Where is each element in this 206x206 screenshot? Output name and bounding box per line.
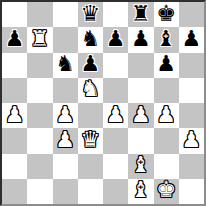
- square-h4[interactable]: [179, 103, 204, 128]
- square-a5[interactable]: [2, 78, 27, 103]
- piece-black-rook: ♜: [131, 3, 151, 25]
- piece-white-queen: ♛: [81, 129, 101, 151]
- square-g3[interactable]: [154, 128, 179, 153]
- square-e4[interactable]: ♟: [103, 103, 128, 128]
- square-a3[interactable]: [2, 128, 27, 153]
- square-h6[interactable]: [179, 53, 204, 78]
- piece-white-bishop: ♝: [131, 154, 151, 176]
- piece-white-pawn: ♟: [55, 104, 75, 126]
- piece-black-knight: ♞: [55, 53, 75, 75]
- square-h2[interactable]: [179, 154, 204, 179]
- square-f2[interactable]: ♝: [128, 154, 153, 179]
- square-e5[interactable]: [103, 78, 128, 103]
- square-a6[interactable]: [2, 53, 27, 78]
- square-a7[interactable]: ♟: [2, 27, 27, 52]
- square-b7[interactable]: ♜: [27, 27, 52, 52]
- square-g7[interactable]: ♝: [154, 27, 179, 52]
- square-b8[interactable]: [27, 2, 52, 27]
- piece-white-bishop: ♝: [131, 179, 151, 201]
- square-g2[interactable]: [154, 154, 179, 179]
- square-e2[interactable]: [103, 154, 128, 179]
- square-f1[interactable]: ♝: [128, 179, 153, 204]
- square-a8[interactable]: [2, 2, 27, 27]
- piece-black-pawn: ♟: [81, 53, 101, 75]
- square-e1[interactable]: [103, 179, 128, 204]
- square-d7[interactable]: ♞: [78, 27, 103, 52]
- chess-diagram: ♛♜♚♟♜♞♟♟♝♟♞♟♟♞♟♟♟♟♟♟♛♟♝♝♚: [0, 0, 206, 206]
- square-h1[interactable]: [179, 179, 204, 204]
- square-f5[interactable]: [128, 78, 153, 103]
- square-b3[interactable]: [27, 128, 52, 153]
- square-c8[interactable]: [53, 2, 78, 27]
- chess-board: ♛♜♚♟♜♞♟♟♝♟♞♟♟♞♟♟♟♟♟♟♛♟♝♝♚: [0, 0, 206, 206]
- square-f6[interactable]: [128, 53, 153, 78]
- square-d5[interactable]: ♞: [78, 78, 103, 103]
- piece-black-pawn: ♟: [182, 28, 202, 50]
- piece-white-pawn: ♟: [156, 104, 176, 126]
- square-e6[interactable]: [103, 53, 128, 78]
- square-h8[interactable]: [179, 2, 204, 27]
- piece-white-king: ♚: [156, 179, 176, 201]
- square-c2[interactable]: [53, 154, 78, 179]
- square-d8[interactable]: ♛: [78, 2, 103, 27]
- square-e7[interactable]: ♟: [103, 27, 128, 52]
- piece-white-pawn: ♟: [55, 129, 75, 151]
- piece-black-pawn: ♟: [156, 53, 176, 75]
- square-b2[interactable]: [27, 154, 52, 179]
- square-g4[interactable]: ♟: [154, 103, 179, 128]
- square-d4[interactable]: [78, 103, 103, 128]
- square-e8[interactable]: [103, 2, 128, 27]
- square-h3[interactable]: ♟: [179, 128, 204, 153]
- square-d6[interactable]: ♟: [78, 53, 103, 78]
- square-d3[interactable]: ♛: [78, 128, 103, 153]
- piece-black-queen: ♛: [81, 3, 101, 25]
- square-d2[interactable]: [78, 154, 103, 179]
- piece-black-pawn: ♟: [131, 28, 151, 50]
- piece-white-pawn: ♟: [5, 104, 25, 126]
- piece-black-pawn: ♟: [5, 28, 25, 50]
- square-b1[interactable]: [27, 179, 52, 204]
- piece-black-bishop: ♝: [156, 28, 176, 50]
- square-c6[interactable]: ♞: [53, 53, 78, 78]
- square-c1[interactable]: [53, 179, 78, 204]
- square-b4[interactable]: [27, 103, 52, 128]
- square-b6[interactable]: [27, 53, 52, 78]
- square-h5[interactable]: [179, 78, 204, 103]
- piece-white-rook: ♜: [30, 28, 50, 50]
- piece-white-knight: ♞: [81, 78, 101, 100]
- square-a4[interactable]: ♟: [2, 103, 27, 128]
- piece-black-knight: ♞: [81, 28, 101, 50]
- piece-black-king: ♚: [156, 3, 176, 25]
- piece-white-pawn: ♟: [106, 104, 126, 126]
- square-g6[interactable]: ♟: [154, 53, 179, 78]
- square-f4[interactable]: ♟: [128, 103, 153, 128]
- square-h7[interactable]: ♟: [179, 27, 204, 52]
- piece-white-pawn: ♟: [182, 129, 202, 151]
- square-c4[interactable]: ♟: [53, 103, 78, 128]
- piece-black-pawn: ♟: [106, 28, 126, 50]
- piece-white-pawn: ♟: [131, 104, 151, 126]
- square-a1[interactable]: [2, 179, 27, 204]
- square-d1[interactable]: [78, 179, 103, 204]
- square-c7[interactable]: [53, 27, 78, 52]
- square-a2[interactable]: [2, 154, 27, 179]
- square-f7[interactable]: ♟: [128, 27, 153, 52]
- square-c3[interactable]: ♟: [53, 128, 78, 153]
- square-g5[interactable]: [154, 78, 179, 103]
- square-e3[interactable]: [103, 128, 128, 153]
- square-b5[interactable]: [27, 78, 52, 103]
- square-g8[interactable]: ♚: [154, 2, 179, 27]
- square-f3[interactable]: [128, 128, 153, 153]
- square-g1[interactable]: ♚: [154, 179, 179, 204]
- square-f8[interactable]: ♜: [128, 2, 153, 27]
- square-c5[interactable]: [53, 78, 78, 103]
